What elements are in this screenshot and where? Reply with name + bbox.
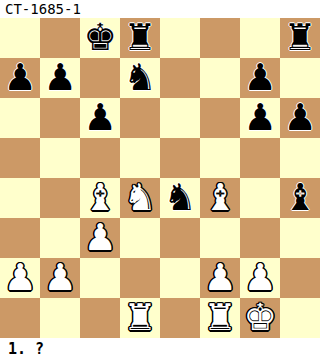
square-a4[interactable]	[0, 178, 40, 218]
square-h1[interactable]	[280, 298, 320, 338]
square-g4[interactable]	[240, 178, 280, 218]
square-c8[interactable]: ♚	[80, 18, 120, 58]
square-d8[interactable]: ♜	[120, 18, 160, 58]
black-pawn: ♟	[243, 58, 276, 98]
square-d4[interactable]: ♞	[120, 178, 160, 218]
square-c5[interactable]	[80, 138, 120, 178]
square-a6[interactable]	[0, 98, 40, 138]
square-a5[interactable]	[0, 138, 40, 178]
square-c3[interactable]: ♟	[80, 218, 120, 258]
white-king: ♚	[243, 298, 276, 338]
square-h7[interactable]	[280, 58, 320, 98]
black-pawn: ♟	[83, 98, 116, 138]
white-pawn: ♟	[3, 258, 36, 298]
square-d1[interactable]: ♜	[120, 298, 160, 338]
square-h6[interactable]: ♟	[280, 98, 320, 138]
square-a2[interactable]: ♟	[0, 258, 40, 298]
puzzle-title: CT-1685-1	[0, 0, 320, 18]
square-h2[interactable]	[280, 258, 320, 298]
black-rook: ♜	[123, 18, 156, 58]
square-f4[interactable]: ♝	[200, 178, 240, 218]
square-g3[interactable]	[240, 218, 280, 258]
square-h3[interactable]	[280, 218, 320, 258]
square-b1[interactable]	[40, 298, 80, 338]
square-a8[interactable]	[0, 18, 40, 58]
white-pawn: ♟	[43, 258, 76, 298]
square-f7[interactable]	[200, 58, 240, 98]
white-rook: ♜	[203, 298, 236, 338]
square-g1[interactable]: ♚	[240, 298, 280, 338]
white-bishop: ♝	[203, 178, 236, 218]
square-e4[interactable]: ♞	[160, 178, 200, 218]
white-pawn: ♟	[203, 258, 236, 298]
square-g2[interactable]: ♟	[240, 258, 280, 298]
black-knight: ♞	[163, 178, 196, 218]
square-b4[interactable]	[40, 178, 80, 218]
square-e2[interactable]	[160, 258, 200, 298]
square-c7[interactable]	[80, 58, 120, 98]
square-f1[interactable]: ♜	[200, 298, 240, 338]
square-b6[interactable]	[40, 98, 80, 138]
chess-board: ♚♜♜♟♟♞♟♟♟♟♝♞♞♝♝♟♟♟♟♟♜♜♚	[0, 18, 320, 338]
square-f5[interactable]	[200, 138, 240, 178]
square-f3[interactable]	[200, 218, 240, 258]
white-bishop: ♝	[83, 178, 116, 218]
black-rook: ♜	[283, 18, 316, 58]
black-pawn: ♟	[43, 58, 76, 98]
square-a1[interactable]	[0, 298, 40, 338]
square-d6[interactable]	[120, 98, 160, 138]
square-d2[interactable]	[120, 258, 160, 298]
square-b3[interactable]	[40, 218, 80, 258]
square-b7[interactable]: ♟	[40, 58, 80, 98]
black-pawn: ♟	[283, 98, 316, 138]
white-knight: ♞	[123, 178, 156, 218]
square-c2[interactable]	[80, 258, 120, 298]
square-b8[interactable]	[40, 18, 80, 58]
move-prompt: 1. ?	[0, 338, 320, 360]
square-g8[interactable]	[240, 18, 280, 58]
black-knight: ♞	[123, 58, 156, 98]
square-h5[interactable]	[280, 138, 320, 178]
black-king: ♚	[83, 18, 116, 58]
square-f8[interactable]	[200, 18, 240, 58]
square-b5[interactable]	[40, 138, 80, 178]
square-c4[interactable]: ♝	[80, 178, 120, 218]
square-d3[interactable]	[120, 218, 160, 258]
square-g5[interactable]	[240, 138, 280, 178]
square-e5[interactable]	[160, 138, 200, 178]
square-f6[interactable]	[200, 98, 240, 138]
square-h8[interactable]: ♜	[280, 18, 320, 58]
square-e3[interactable]	[160, 218, 200, 258]
square-c1[interactable]	[80, 298, 120, 338]
square-e6[interactable]	[160, 98, 200, 138]
square-b2[interactable]: ♟	[40, 258, 80, 298]
black-pawn: ♟	[243, 98, 276, 138]
black-bishop: ♝	[283, 178, 316, 218]
chess-diagram-window: CT-1685-1 ♚♜♜♟♟♞♟♟♟♟♝♞♞♝♝♟♟♟♟♟♜♜♚ 1. ?	[0, 0, 320, 360]
square-e8[interactable]	[160, 18, 200, 58]
square-f2[interactable]: ♟	[200, 258, 240, 298]
square-a7[interactable]: ♟	[0, 58, 40, 98]
square-h4[interactable]: ♝	[280, 178, 320, 218]
white-pawn: ♟	[83, 218, 116, 258]
square-c6[interactable]: ♟	[80, 98, 120, 138]
white-pawn: ♟	[243, 258, 276, 298]
square-g7[interactable]: ♟	[240, 58, 280, 98]
black-pawn: ♟	[3, 58, 36, 98]
square-d7[interactable]: ♞	[120, 58, 160, 98]
square-g6[interactable]: ♟	[240, 98, 280, 138]
square-e7[interactable]	[160, 58, 200, 98]
square-d5[interactable]	[120, 138, 160, 178]
square-e1[interactable]	[160, 298, 200, 338]
square-a3[interactable]	[0, 218, 40, 258]
white-rook: ♜	[123, 298, 156, 338]
